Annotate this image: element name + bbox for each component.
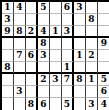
- cell-r1c8-empty[interactable]: [86, 2, 98, 14]
- cell-r8c3-empty[interactable]: [26, 86, 38, 98]
- cell-r5c1-empty[interactable]: [2, 50, 14, 62]
- cell-r7c6-given[interactable]: 7: [62, 74, 74, 86]
- cell-r2c9-empty[interactable]: [98, 14, 109, 26]
- cell-r5c8-given[interactable]: 2: [86, 50, 98, 62]
- cell-r2c2-empty[interactable]: [14, 14, 26, 26]
- cell-r8c9-given[interactable]: 6: [98, 86, 109, 98]
- cell-r1c4-given[interactable]: 5: [38, 2, 50, 14]
- cell-r7c8-given[interactable]: 1: [86, 74, 98, 86]
- cell-r9c2-empty[interactable]: [14, 98, 26, 110]
- cell-r8c2-given[interactable]: 3: [14, 86, 26, 98]
- cell-r1c7-given[interactable]: 3: [74, 2, 86, 14]
- cell-r4c3-empty[interactable]: [26, 38, 38, 50]
- cell-r9c4-given[interactable]: 6: [38, 98, 50, 110]
- cell-r6c1-given[interactable]: 8: [2, 62, 14, 74]
- cell-r7c7-given[interactable]: 8: [74, 74, 86, 86]
- cell-r8c1-empty[interactable]: [2, 86, 14, 98]
- cell-r7c1-empty[interactable]: [2, 74, 14, 86]
- cell-r1c3-empty[interactable]: [26, 2, 38, 14]
- cell-r5c5-empty[interactable]: [50, 50, 62, 62]
- cell-r2c5-empty[interactable]: [50, 14, 62, 26]
- cell-r1c2-given[interactable]: 4: [14, 2, 26, 14]
- cell-r6c6-given[interactable]: 1: [62, 62, 74, 74]
- cell-r2c3-empty[interactable]: [26, 14, 38, 26]
- cell-r2c1-given[interactable]: 3: [2, 14, 14, 26]
- cell-r2c7-empty[interactable]: [74, 14, 86, 26]
- cell-r9c7-empty[interactable]: [74, 98, 86, 110]
- cell-r4c6-empty[interactable]: [62, 38, 74, 50]
- cell-r7c5-given[interactable]: 3: [50, 74, 62, 86]
- cell-r5c2-given[interactable]: 7: [14, 50, 26, 62]
- cell-r6c5-empty[interactable]: [50, 62, 62, 74]
- cell-r3c5-given[interactable]: 1: [50, 26, 62, 38]
- cell-r5c7-given[interactable]: 1: [74, 50, 86, 62]
- cell-r1c1-given[interactable]: 1: [2, 2, 14, 14]
- cell-r9c6-given[interactable]: 5: [62, 98, 74, 110]
- cell-r1c6-given[interactable]: 6: [62, 2, 74, 14]
- cell-r8c5-empty[interactable]: [50, 86, 62, 98]
- cell-r6c7-empty[interactable]: [74, 62, 86, 74]
- cell-r3c2-given[interactable]: 8: [14, 26, 26, 38]
- cell-r4c4-given[interactable]: 8: [38, 38, 50, 50]
- cell-r8c8-empty[interactable]: [86, 86, 98, 98]
- cell-r9c1-empty[interactable]: [2, 98, 14, 110]
- cell-r3c9-empty[interactable]: [98, 26, 109, 38]
- cell-r3c3-given[interactable]: 2: [26, 26, 38, 38]
- cell-r6c3-empty[interactable]: [26, 62, 38, 74]
- cell-r5c6-empty[interactable]: [62, 50, 74, 62]
- cell-r4c5-empty[interactable]: [50, 38, 62, 50]
- cell-r2c4-empty[interactable]: [38, 14, 50, 26]
- cell-r9c5-empty[interactable]: [50, 98, 62, 110]
- cell-r8c7-empty[interactable]: [74, 86, 86, 98]
- cell-r7c4-given[interactable]: 2: [38, 74, 50, 86]
- cell-r9c9-given[interactable]: 4: [98, 98, 109, 110]
- cell-r9c8-given[interactable]: 3: [86, 98, 98, 110]
- cell-r4c2-empty[interactable]: [14, 38, 26, 50]
- cell-r9c3-given[interactable]: 8: [26, 98, 38, 110]
- cell-r8c6-empty[interactable]: [62, 86, 74, 98]
- cell-r3c6-given[interactable]: 3: [62, 26, 74, 38]
- cell-r2c6-empty[interactable]: [62, 14, 74, 26]
- cell-r4c7-empty[interactable]: [74, 38, 86, 50]
- cell-r4c1-empty[interactable]: [2, 38, 14, 50]
- cell-r4c9-given[interactable]: 9: [98, 38, 109, 50]
- cell-r7c3-empty[interactable]: [26, 74, 38, 86]
- cell-r6c2-empty[interactable]: [14, 62, 26, 74]
- cell-r6c8-empty[interactable]: [86, 62, 98, 74]
- cell-r1c5-empty[interactable]: [50, 2, 62, 14]
- cell-r8c4-empty[interactable]: [38, 86, 50, 98]
- cell-r3c8-empty[interactable]: [86, 26, 98, 38]
- cell-r6c4-empty[interactable]: [38, 62, 50, 74]
- cell-r4c8-empty[interactable]: [86, 38, 98, 50]
- cell-r3c7-empty[interactable]: [74, 26, 86, 38]
- cell-r5c4-given[interactable]: 3: [38, 50, 50, 62]
- cell-r5c3-given[interactable]: 6: [26, 50, 38, 62]
- sudoku-board: 14563389824138976312812378153686534: [0, 0, 109, 110]
- cell-r3c1-given[interactable]: 9: [2, 26, 14, 38]
- cell-r2c8-given[interactable]: 8: [86, 14, 98, 26]
- cell-r3c4-given[interactable]: 4: [38, 26, 50, 38]
- cell-r7c9-given[interactable]: 5: [98, 74, 109, 86]
- cell-r1c9-empty[interactable]: [98, 2, 109, 14]
- cell-r5c9-empty[interactable]: [98, 50, 109, 62]
- cell-r6c9-empty[interactable]: [98, 62, 109, 74]
- cell-r7c2-empty[interactable]: [14, 74, 26, 86]
